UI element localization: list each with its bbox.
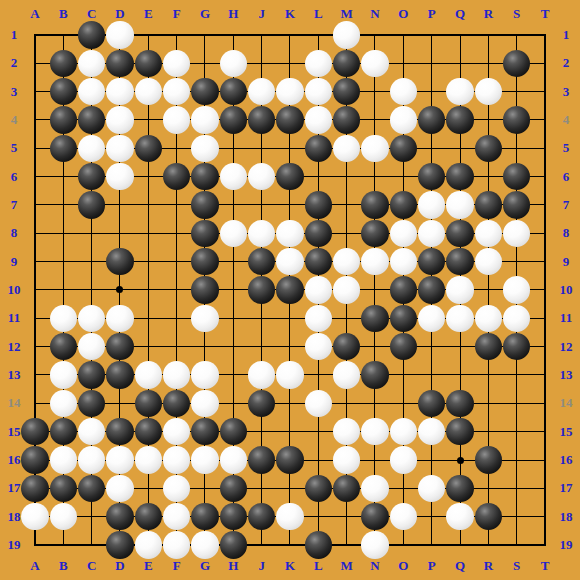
intersection-F19[interactable] <box>162 531 190 559</box>
intersection-M5[interactable] <box>332 134 360 162</box>
intersection-O6[interactable] <box>389 162 417 190</box>
intersection-Q13[interactable] <box>446 361 474 389</box>
intersection-T15[interactable] <box>531 418 559 446</box>
intersection-B1[interactable] <box>49 21 77 49</box>
intersection-E7[interactable] <box>134 191 162 219</box>
intersection-J8[interactable] <box>247 219 275 247</box>
intersection-S5[interactable] <box>503 134 531 162</box>
intersection-Q16[interactable] <box>446 446 474 474</box>
intersection-E10[interactable] <box>134 276 162 304</box>
intersection-C13[interactable] <box>77 361 105 389</box>
intersection-T7[interactable] <box>531 191 559 219</box>
intersection-G4[interactable] <box>191 106 219 134</box>
intersection-R7[interactable] <box>474 191 502 219</box>
intersection-J3[interactable] <box>247 77 275 105</box>
intersection-D18[interactable] <box>106 503 134 531</box>
intersection-L3[interactable] <box>304 77 332 105</box>
intersection-T18[interactable] <box>531 503 559 531</box>
intersection-L8[interactable] <box>304 219 332 247</box>
intersection-Q14[interactable] <box>446 389 474 417</box>
intersection-K14[interactable] <box>276 389 304 417</box>
intersection-J7[interactable] <box>247 191 275 219</box>
intersection-Q9[interactable] <box>446 247 474 275</box>
intersection-F6[interactable] <box>162 162 190 190</box>
intersection-B13[interactable] <box>49 361 77 389</box>
intersection-E6[interactable] <box>134 162 162 190</box>
intersection-O13[interactable] <box>389 361 417 389</box>
intersection-P11[interactable] <box>418 304 446 332</box>
intersection-B4[interactable] <box>49 106 77 134</box>
intersection-T16[interactable] <box>531 446 559 474</box>
intersection-A3[interactable] <box>21 77 49 105</box>
intersection-P2[interactable] <box>418 49 446 77</box>
intersection-J5[interactable] <box>247 134 275 162</box>
intersection-N1[interactable] <box>361 21 389 49</box>
intersection-J4[interactable] <box>247 106 275 134</box>
intersection-G10[interactable] <box>191 276 219 304</box>
intersection-D11[interactable] <box>106 304 134 332</box>
intersection-L12[interactable] <box>304 332 332 360</box>
intersection-D19[interactable] <box>106 531 134 559</box>
intersection-F7[interactable] <box>162 191 190 219</box>
intersection-S9[interactable] <box>503 247 531 275</box>
intersection-R4[interactable] <box>474 106 502 134</box>
intersection-N8[interactable] <box>361 219 389 247</box>
intersection-M1[interactable] <box>332 21 360 49</box>
intersection-E19[interactable] <box>134 531 162 559</box>
intersection-J17[interactable] <box>247 474 275 502</box>
intersection-O2[interactable] <box>389 49 417 77</box>
intersection-T6[interactable] <box>531 162 559 190</box>
intersection-A18[interactable] <box>21 503 49 531</box>
intersection-K3[interactable] <box>276 77 304 105</box>
intersection-M7[interactable] <box>332 191 360 219</box>
intersection-H8[interactable] <box>219 219 247 247</box>
intersection-P3[interactable] <box>418 77 446 105</box>
intersection-K7[interactable] <box>276 191 304 219</box>
intersection-A7[interactable] <box>21 191 49 219</box>
intersection-G7[interactable] <box>191 191 219 219</box>
intersection-N3[interactable] <box>361 77 389 105</box>
intersection-J18[interactable] <box>247 503 275 531</box>
intersection-P16[interactable] <box>418 446 446 474</box>
intersection-R17[interactable] <box>474 474 502 502</box>
intersection-Q19[interactable] <box>446 531 474 559</box>
intersection-H14[interactable] <box>219 389 247 417</box>
intersection-O7[interactable] <box>389 191 417 219</box>
intersection-N19[interactable] <box>361 531 389 559</box>
intersection-P14[interactable] <box>418 389 446 417</box>
intersection-J2[interactable] <box>247 49 275 77</box>
intersection-C14[interactable] <box>77 389 105 417</box>
intersection-K10[interactable] <box>276 276 304 304</box>
intersection-C12[interactable] <box>77 332 105 360</box>
intersection-E12[interactable] <box>134 332 162 360</box>
intersection-K15[interactable] <box>276 418 304 446</box>
intersection-F2[interactable] <box>162 49 190 77</box>
intersection-O16[interactable] <box>389 446 417 474</box>
intersection-B7[interactable] <box>49 191 77 219</box>
intersection-L9[interactable] <box>304 247 332 275</box>
intersection-Q2[interactable] <box>446 49 474 77</box>
intersection-K4[interactable] <box>276 106 304 134</box>
intersection-Q18[interactable] <box>446 503 474 531</box>
intersection-Q10[interactable] <box>446 276 474 304</box>
intersection-D17[interactable] <box>106 474 134 502</box>
intersection-O5[interactable] <box>389 134 417 162</box>
intersection-H9[interactable] <box>219 247 247 275</box>
intersection-M17[interactable] <box>332 474 360 502</box>
intersection-N15[interactable] <box>361 418 389 446</box>
intersection-F14[interactable] <box>162 389 190 417</box>
intersection-M2[interactable] <box>332 49 360 77</box>
intersection-M12[interactable] <box>332 332 360 360</box>
intersection-A10[interactable] <box>21 276 49 304</box>
intersection-H3[interactable] <box>219 77 247 105</box>
intersection-B9[interactable] <box>49 247 77 275</box>
intersection-N18[interactable] <box>361 503 389 531</box>
intersection-O4[interactable] <box>389 106 417 134</box>
intersection-C19[interactable] <box>77 531 105 559</box>
intersection-O18[interactable] <box>389 503 417 531</box>
intersection-N17[interactable] <box>361 474 389 502</box>
intersection-R6[interactable] <box>474 162 502 190</box>
intersection-T17[interactable] <box>531 474 559 502</box>
intersection-A14[interactable] <box>21 389 49 417</box>
intersection-L2[interactable] <box>304 49 332 77</box>
intersection-L11[interactable] <box>304 304 332 332</box>
intersection-K16[interactable] <box>276 446 304 474</box>
intersection-K9[interactable] <box>276 247 304 275</box>
intersection-E1[interactable] <box>134 21 162 49</box>
intersection-K8[interactable] <box>276 219 304 247</box>
intersection-L17[interactable] <box>304 474 332 502</box>
intersection-Q17[interactable] <box>446 474 474 502</box>
intersection-E5[interactable] <box>134 134 162 162</box>
intersection-D2[interactable] <box>106 49 134 77</box>
intersection-T11[interactable] <box>531 304 559 332</box>
intersection-A1[interactable] <box>21 21 49 49</box>
intersection-A13[interactable] <box>21 361 49 389</box>
intersection-S17[interactable] <box>503 474 531 502</box>
intersection-G16[interactable] <box>191 446 219 474</box>
intersection-O19[interactable] <box>389 531 417 559</box>
intersection-C18[interactable] <box>77 503 105 531</box>
intersection-S2[interactable] <box>503 49 531 77</box>
intersection-O11[interactable] <box>389 304 417 332</box>
intersection-F3[interactable] <box>162 77 190 105</box>
intersection-K11[interactable] <box>276 304 304 332</box>
intersection-L10[interactable] <box>304 276 332 304</box>
intersection-M16[interactable] <box>332 446 360 474</box>
intersection-E17[interactable] <box>134 474 162 502</box>
intersection-K5[interactable] <box>276 134 304 162</box>
intersection-B19[interactable] <box>49 531 77 559</box>
intersection-P17[interactable] <box>418 474 446 502</box>
intersection-H13[interactable] <box>219 361 247 389</box>
intersection-T4[interactable] <box>531 106 559 134</box>
intersection-N13[interactable] <box>361 361 389 389</box>
intersection-M8[interactable] <box>332 219 360 247</box>
intersection-S3[interactable] <box>503 77 531 105</box>
intersection-Q1[interactable] <box>446 21 474 49</box>
intersection-O9[interactable] <box>389 247 417 275</box>
intersection-B16[interactable] <box>49 446 77 474</box>
intersection-E3[interactable] <box>134 77 162 105</box>
intersection-D8[interactable] <box>106 219 134 247</box>
intersection-T10[interactable] <box>531 276 559 304</box>
intersection-H2[interactable] <box>219 49 247 77</box>
intersection-P9[interactable] <box>418 247 446 275</box>
intersection-N16[interactable] <box>361 446 389 474</box>
intersection-E9[interactable] <box>134 247 162 275</box>
intersection-Q15[interactable] <box>446 418 474 446</box>
intersection-F1[interactable] <box>162 21 190 49</box>
intersection-R11[interactable] <box>474 304 502 332</box>
intersection-D7[interactable] <box>106 191 134 219</box>
intersection-C5[interactable] <box>77 134 105 162</box>
intersection-B15[interactable] <box>49 418 77 446</box>
intersection-L15[interactable] <box>304 418 332 446</box>
intersection-K12[interactable] <box>276 332 304 360</box>
intersection-G2[interactable] <box>191 49 219 77</box>
intersection-Q11[interactable] <box>446 304 474 332</box>
intersection-P13[interactable] <box>418 361 446 389</box>
intersection-T12[interactable] <box>531 332 559 360</box>
intersection-H16[interactable] <box>219 446 247 474</box>
intersection-R2[interactable] <box>474 49 502 77</box>
intersection-E16[interactable] <box>134 446 162 474</box>
intersection-D5[interactable] <box>106 134 134 162</box>
intersection-N10[interactable] <box>361 276 389 304</box>
intersection-R16[interactable] <box>474 446 502 474</box>
intersection-S16[interactable] <box>503 446 531 474</box>
intersection-S8[interactable] <box>503 219 531 247</box>
intersection-Q8[interactable] <box>446 219 474 247</box>
intersection-O17[interactable] <box>389 474 417 502</box>
intersection-L5[interactable] <box>304 134 332 162</box>
intersection-R3[interactable] <box>474 77 502 105</box>
intersection-Q12[interactable] <box>446 332 474 360</box>
intersection-B8[interactable] <box>49 219 77 247</box>
intersection-C2[interactable] <box>77 49 105 77</box>
intersection-J6[interactable] <box>247 162 275 190</box>
intersection-B17[interactable] <box>49 474 77 502</box>
intersection-H1[interactable] <box>219 21 247 49</box>
intersection-C16[interactable] <box>77 446 105 474</box>
intersection-Q6[interactable] <box>446 162 474 190</box>
intersection-S15[interactable] <box>503 418 531 446</box>
intersection-E8[interactable] <box>134 219 162 247</box>
intersection-T9[interactable] <box>531 247 559 275</box>
intersection-L19[interactable] <box>304 531 332 559</box>
intersection-P10[interactable] <box>418 276 446 304</box>
intersection-F18[interactable] <box>162 503 190 531</box>
intersection-K2[interactable] <box>276 49 304 77</box>
intersection-A11[interactable] <box>21 304 49 332</box>
intersection-F8[interactable] <box>162 219 190 247</box>
intersection-T13[interactable] <box>531 361 559 389</box>
intersection-N9[interactable] <box>361 247 389 275</box>
intersection-R12[interactable] <box>474 332 502 360</box>
intersection-R15[interactable] <box>474 418 502 446</box>
intersection-T2[interactable] <box>531 49 559 77</box>
intersection-S12[interactable] <box>503 332 531 360</box>
intersection-N6[interactable] <box>361 162 389 190</box>
intersection-P18[interactable] <box>418 503 446 531</box>
intersection-R9[interactable] <box>474 247 502 275</box>
intersection-F9[interactable] <box>162 247 190 275</box>
intersection-G15[interactable] <box>191 418 219 446</box>
intersection-J15[interactable] <box>247 418 275 446</box>
intersection-C11[interactable] <box>77 304 105 332</box>
intersection-D4[interactable] <box>106 106 134 134</box>
intersection-K1[interactable] <box>276 21 304 49</box>
intersection-F17[interactable] <box>162 474 190 502</box>
intersection-P15[interactable] <box>418 418 446 446</box>
intersection-J13[interactable] <box>247 361 275 389</box>
intersection-E4[interactable] <box>134 106 162 134</box>
intersection-M6[interactable] <box>332 162 360 190</box>
intersection-M13[interactable] <box>332 361 360 389</box>
intersection-G12[interactable] <box>191 332 219 360</box>
intersection-H10[interactable] <box>219 276 247 304</box>
intersection-F15[interactable] <box>162 418 190 446</box>
intersection-C15[interactable] <box>77 418 105 446</box>
intersection-N2[interactable] <box>361 49 389 77</box>
intersection-G5[interactable] <box>191 134 219 162</box>
intersection-B5[interactable] <box>49 134 77 162</box>
intersection-H18[interactable] <box>219 503 247 531</box>
intersection-R19[interactable] <box>474 531 502 559</box>
intersection-A12[interactable] <box>21 332 49 360</box>
intersection-P4[interactable] <box>418 106 446 134</box>
intersection-T5[interactable] <box>531 134 559 162</box>
intersection-F11[interactable] <box>162 304 190 332</box>
intersection-T14[interactable] <box>531 389 559 417</box>
intersection-F13[interactable] <box>162 361 190 389</box>
intersection-L1[interactable] <box>304 21 332 49</box>
intersection-M11[interactable] <box>332 304 360 332</box>
intersection-B2[interactable] <box>49 49 77 77</box>
intersection-O15[interactable] <box>389 418 417 446</box>
intersection-G6[interactable] <box>191 162 219 190</box>
intersection-J14[interactable] <box>247 389 275 417</box>
intersection-M15[interactable] <box>332 418 360 446</box>
intersection-J9[interactable] <box>247 247 275 275</box>
intersection-P6[interactable] <box>418 162 446 190</box>
intersection-L6[interactable] <box>304 162 332 190</box>
intersection-E2[interactable] <box>134 49 162 77</box>
intersection-D3[interactable] <box>106 77 134 105</box>
intersection-P1[interactable] <box>418 21 446 49</box>
intersection-G14[interactable] <box>191 389 219 417</box>
intersection-N4[interactable] <box>361 106 389 134</box>
intersection-H17[interactable] <box>219 474 247 502</box>
intersection-M10[interactable] <box>332 276 360 304</box>
intersection-G18[interactable] <box>191 503 219 531</box>
intersection-L4[interactable] <box>304 106 332 134</box>
intersection-M18[interactable] <box>332 503 360 531</box>
intersection-C3[interactable] <box>77 77 105 105</box>
intersection-L18[interactable] <box>304 503 332 531</box>
intersection-H11[interactable] <box>219 304 247 332</box>
intersection-P12[interactable] <box>418 332 446 360</box>
intersection-D9[interactable] <box>106 247 134 275</box>
intersection-S10[interactable] <box>503 276 531 304</box>
intersection-D12[interactable] <box>106 332 134 360</box>
intersection-J1[interactable] <box>247 21 275 49</box>
intersection-F16[interactable] <box>162 446 190 474</box>
intersection-B10[interactable] <box>49 276 77 304</box>
intersection-T1[interactable] <box>531 21 559 49</box>
intersection-P8[interactable] <box>418 219 446 247</box>
intersection-A17[interactable] <box>21 474 49 502</box>
intersection-S1[interactable] <box>503 21 531 49</box>
intersection-H4[interactable] <box>219 106 247 134</box>
intersection-E18[interactable] <box>134 503 162 531</box>
intersection-C1[interactable] <box>77 21 105 49</box>
intersection-N5[interactable] <box>361 134 389 162</box>
intersection-B3[interactable] <box>49 77 77 105</box>
intersection-L14[interactable] <box>304 389 332 417</box>
intersection-S19[interactable] <box>503 531 531 559</box>
intersection-L16[interactable] <box>304 446 332 474</box>
intersection-R8[interactable] <box>474 219 502 247</box>
intersection-A6[interactable] <box>21 162 49 190</box>
intersection-D14[interactable] <box>106 389 134 417</box>
intersection-O3[interactable] <box>389 77 417 105</box>
intersection-A16[interactable] <box>21 446 49 474</box>
intersection-E13[interactable] <box>134 361 162 389</box>
intersection-S4[interactable] <box>503 106 531 134</box>
intersection-G9[interactable] <box>191 247 219 275</box>
intersection-S11[interactable] <box>503 304 531 332</box>
intersection-C8[interactable] <box>77 219 105 247</box>
intersection-B11[interactable] <box>49 304 77 332</box>
intersection-D16[interactable] <box>106 446 134 474</box>
intersection-D10[interactable] <box>106 276 134 304</box>
intersection-T19[interactable] <box>531 531 559 559</box>
intersection-D1[interactable] <box>106 21 134 49</box>
intersection-N14[interactable] <box>361 389 389 417</box>
intersection-A2[interactable] <box>21 49 49 77</box>
intersection-K18[interactable] <box>276 503 304 531</box>
intersection-Q7[interactable] <box>446 191 474 219</box>
intersection-H15[interactable] <box>219 418 247 446</box>
intersection-E15[interactable] <box>134 418 162 446</box>
intersection-G17[interactable] <box>191 474 219 502</box>
intersection-K17[interactable] <box>276 474 304 502</box>
intersection-H19[interactable] <box>219 531 247 559</box>
intersection-G8[interactable] <box>191 219 219 247</box>
intersection-Q4[interactable] <box>446 106 474 134</box>
intersection-N11[interactable] <box>361 304 389 332</box>
intersection-C4[interactable] <box>77 106 105 134</box>
intersection-H5[interactable] <box>219 134 247 162</box>
intersection-K19[interactable] <box>276 531 304 559</box>
intersection-O14[interactable] <box>389 389 417 417</box>
intersection-C6[interactable] <box>77 162 105 190</box>
intersection-A4[interactable] <box>21 106 49 134</box>
intersection-C17[interactable] <box>77 474 105 502</box>
intersection-A15[interactable] <box>21 418 49 446</box>
intersection-S18[interactable] <box>503 503 531 531</box>
intersection-N7[interactable] <box>361 191 389 219</box>
intersection-L7[interactable] <box>304 191 332 219</box>
intersection-E14[interactable] <box>134 389 162 417</box>
intersection-H6[interactable] <box>219 162 247 190</box>
